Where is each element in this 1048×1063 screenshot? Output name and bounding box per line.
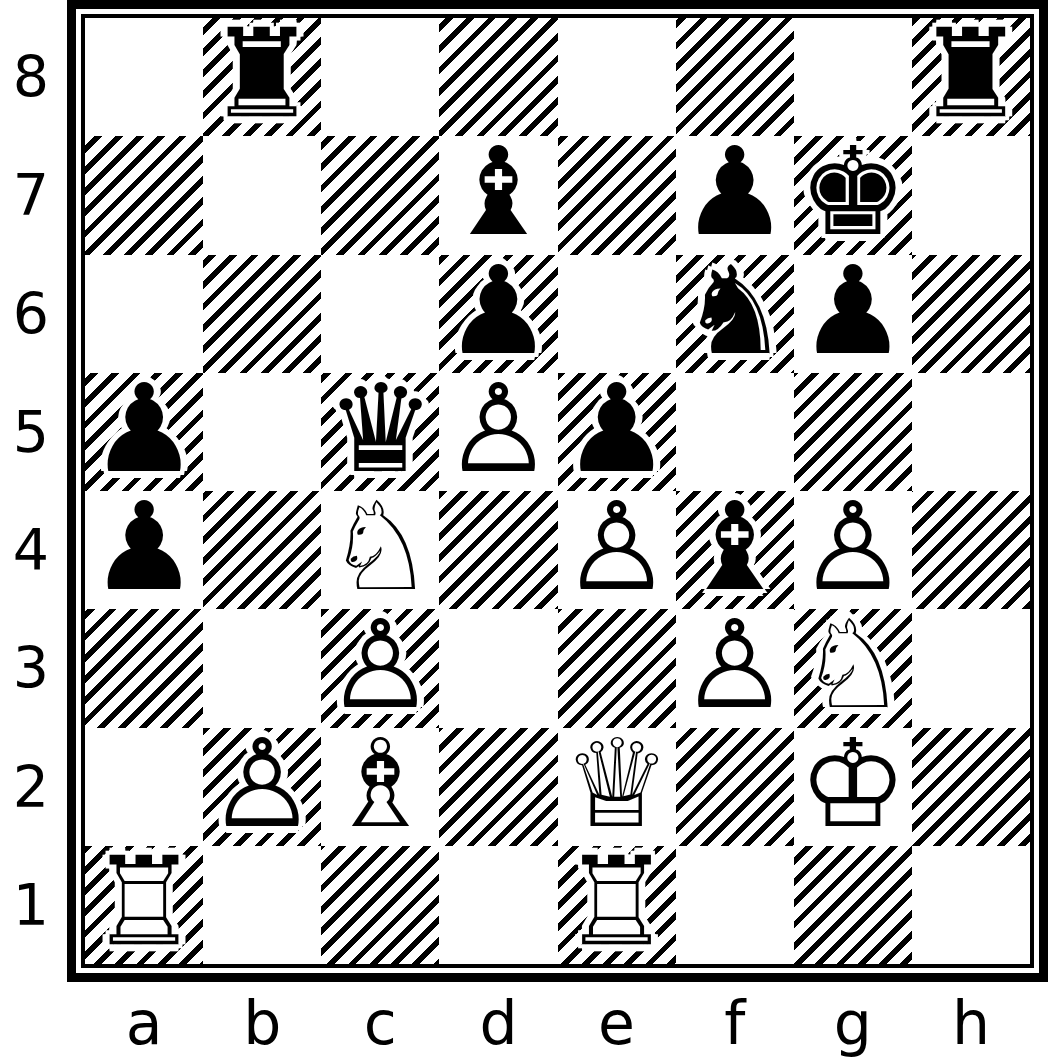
square-c7[interactable]	[321, 136, 439, 254]
square-g8[interactable]	[794, 18, 912, 136]
white-knight-icon: ♘	[321, 488, 439, 606]
square-f3[interactable]: ♟♙	[676, 609, 794, 727]
rank-label-2: 2	[0, 728, 62, 846]
square-a8[interactable]	[85, 18, 203, 136]
white-queen-icon: ♕	[558, 725, 676, 843]
piece-white-rook[interactable]: ♜♖	[85, 846, 203, 964]
black-pawn-icon: ♟	[439, 252, 557, 370]
square-a5[interactable]: ♟♟	[85, 373, 203, 491]
square-e6[interactable]	[558, 255, 676, 373]
square-h4[interactable]	[912, 491, 1030, 609]
file-label-f: f	[676, 986, 794, 1060]
black-pawn-icon: ♟	[676, 133, 794, 251]
white-king-icon: ♔	[794, 725, 912, 843]
black-knight-icon: ♞	[676, 252, 794, 370]
square-d7[interactable]: ♝♝	[439, 136, 557, 254]
square-g3[interactable]: ♞♘	[794, 609, 912, 727]
square-b7[interactable]	[203, 136, 321, 254]
square-e2[interactable]: ♛♕	[558, 728, 676, 846]
square-b2[interactable]: ♟♙	[203, 728, 321, 846]
square-b6[interactable]	[203, 255, 321, 373]
square-g1[interactable]	[794, 846, 912, 964]
square-f2[interactable]	[676, 728, 794, 846]
piece-white-pawn[interactable]: ♟♙	[439, 373, 557, 491]
square-g7[interactable]: ♚♚	[794, 136, 912, 254]
black-rook-icon: ♜	[912, 15, 1030, 133]
square-e7[interactable]	[558, 136, 676, 254]
piece-white-king[interactable]: ♚♔	[794, 728, 912, 846]
white-pawn-icon: ♙	[439, 370, 557, 488]
file-label-c: c	[321, 986, 439, 1060]
square-a6[interactable]	[85, 255, 203, 373]
piece-black-pawn[interactable]: ♟♟	[85, 491, 203, 609]
rank-label-6: 6	[0, 255, 62, 373]
piece-black-bishop[interactable]: ♝♝	[439, 136, 557, 254]
square-b4[interactable]	[203, 491, 321, 609]
square-f1[interactable]	[676, 846, 794, 964]
file-label-g: g	[794, 986, 912, 1060]
chess-diagram-page: 87654321 ♜♜♜♜♝♝♟♟♚♚♟♟♞♞♟♟♟♟♛♛♟♙♟♟♟♟♞♘♟♙♝…	[0, 0, 1048, 1063]
square-b5[interactable]	[203, 373, 321, 491]
board-grid: ♜♜♜♜♝♝♟♟♚♚♟♟♞♞♟♟♟♟♛♛♟♙♟♟♟♟♞♘♟♙♝♝♟♙♟♙♟♙♞♘…	[85, 18, 1030, 964]
piece-black-pawn[interactable]: ♟♟	[439, 255, 557, 373]
square-d1[interactable]	[439, 846, 557, 964]
white-rook-icon: ♖	[558, 843, 676, 961]
square-a3[interactable]	[85, 609, 203, 727]
black-queen-icon: ♛	[321, 370, 439, 488]
square-g5[interactable]	[794, 373, 912, 491]
piece-black-rook[interactable]: ♜♜	[203, 18, 321, 136]
square-h3[interactable]	[912, 609, 1030, 727]
square-e8[interactable]	[558, 18, 676, 136]
black-rook-icon: ♜	[203, 15, 321, 133]
square-c2[interactable]: ♝♗	[321, 728, 439, 846]
square-f4[interactable]: ♝♝	[676, 491, 794, 609]
square-c8[interactable]	[321, 18, 439, 136]
file-label-a: a	[85, 986, 203, 1060]
piece-white-pawn[interactable]: ♟♙	[794, 491, 912, 609]
square-c1[interactable]	[321, 846, 439, 964]
square-e4[interactable]: ♟♙	[558, 491, 676, 609]
square-g2[interactable]: ♚♔	[794, 728, 912, 846]
square-d5[interactable]: ♟♙	[439, 373, 557, 491]
white-pawn-icon: ♙	[321, 606, 439, 724]
square-a4[interactable]: ♟♟	[85, 491, 203, 609]
chess-board: ♜♜♜♜♝♝♟♟♚♚♟♟♞♞♟♟♟♟♛♛♟♙♟♟♟♟♞♘♟♙♝♝♟♙♟♙♟♙♞♘…	[67, 0, 1048, 982]
black-king-icon: ♚	[794, 133, 912, 251]
square-f5[interactable]	[676, 373, 794, 491]
piece-white-pawn[interactable]: ♟♙	[676, 609, 794, 727]
file-label-h: h	[912, 986, 1030, 1060]
piece-white-knight[interactable]: ♞♘	[321, 491, 439, 609]
piece-white-pawn[interactable]: ♟♙	[558, 491, 676, 609]
piece-white-pawn[interactable]: ♟♙	[321, 609, 439, 727]
rank-label-5: 5	[0, 373, 62, 491]
square-h8[interactable]: ♜♜	[912, 18, 1030, 136]
white-rook-icon: ♖	[85, 843, 203, 961]
black-bishop-icon: ♝	[676, 488, 794, 606]
piece-black-pawn[interactable]: ♟♟	[676, 136, 794, 254]
black-pawn-icon: ♟	[85, 488, 203, 606]
white-pawn-icon: ♙	[794, 488, 912, 606]
board-inner-frame: ♜♜♜♜♝♝♟♟♚♚♟♟♞♞♟♟♟♟♛♛♟♙♟♟♟♟♞♘♟♙♝♝♟♙♟♙♟♙♞♘…	[81, 14, 1034, 968]
file-label-b: b	[203, 986, 321, 1060]
black-pawn-icon: ♟	[794, 252, 912, 370]
rank-label-8: 8	[0, 18, 62, 136]
square-e5[interactable]: ♟♟	[558, 373, 676, 491]
square-d2[interactable]	[439, 728, 557, 846]
piece-white-rook[interactable]: ♜♖	[558, 846, 676, 964]
rank-label-7: 7	[0, 136, 62, 254]
file-label-e: e	[558, 986, 676, 1060]
square-c5[interactable]: ♛♛	[321, 373, 439, 491]
white-knight-icon: ♘	[794, 606, 912, 724]
square-h7[interactable]	[912, 136, 1030, 254]
square-f6[interactable]: ♞♞	[676, 255, 794, 373]
square-a2[interactable]	[85, 728, 203, 846]
square-d8[interactable]	[439, 18, 557, 136]
black-pawn-icon: ♟	[558, 370, 676, 488]
white-pawn-icon: ♙	[676, 606, 794, 724]
square-d4[interactable]	[439, 491, 557, 609]
piece-black-pawn[interactable]: ♟♟	[558, 373, 676, 491]
square-b8[interactable]: ♜♜	[203, 18, 321, 136]
rank-label-4: 4	[0, 491, 62, 609]
piece-black-pawn[interactable]: ♟♟	[85, 373, 203, 491]
piece-white-pawn[interactable]: ♟♙	[203, 728, 321, 846]
square-d3[interactable]	[439, 609, 557, 727]
piece-black-rook[interactable]: ♜♜	[912, 18, 1030, 136]
square-h2[interactable]	[912, 728, 1030, 846]
piece-black-knight[interactable]: ♞♞	[676, 255, 794, 373]
square-h5[interactable]	[912, 373, 1030, 491]
square-e1[interactable]: ♜♖	[558, 846, 676, 964]
rank-labels: 87654321	[0, 18, 62, 964]
square-a7[interactable]	[85, 136, 203, 254]
square-d6[interactable]: ♟♟	[439, 255, 557, 373]
square-f8[interactable]	[676, 18, 794, 136]
black-pawn-icon: ♟	[85, 370, 203, 488]
square-g4[interactable]: ♟♙	[794, 491, 912, 609]
square-b1[interactable]	[203, 846, 321, 964]
square-g6[interactable]: ♟♟	[794, 255, 912, 373]
piece-black-pawn[interactable]: ♟♟	[794, 255, 912, 373]
square-f7[interactable]: ♟♟	[676, 136, 794, 254]
piece-black-bishop[interactable]: ♝♝	[676, 491, 794, 609]
file-labels: abcdefgh	[85, 986, 1030, 1060]
square-e3[interactable]	[558, 609, 676, 727]
square-h6[interactable]	[912, 255, 1030, 373]
piece-black-queen[interactable]: ♛♛	[321, 373, 439, 491]
piece-white-knight[interactable]: ♞♘	[794, 609, 912, 727]
file-label-d: d	[439, 986, 557, 1060]
piece-white-bishop[interactable]: ♝♗	[321, 728, 439, 846]
piece-black-king[interactable]: ♚♚	[794, 136, 912, 254]
square-a1[interactable]: ♜♖	[85, 846, 203, 964]
square-c4[interactable]: ♞♘	[321, 491, 439, 609]
square-c3[interactable]: ♟♙	[321, 609, 439, 727]
square-c6[interactable]	[321, 255, 439, 373]
square-h1[interactable]	[912, 846, 1030, 964]
rank-label-1: 1	[0, 846, 62, 964]
rank-label-3: 3	[0, 609, 62, 727]
white-bishop-icon: ♗	[321, 725, 439, 843]
piece-white-queen[interactable]: ♛♕	[558, 728, 676, 846]
white-pawn-icon: ♙	[203, 725, 321, 843]
white-pawn-icon: ♙	[558, 488, 676, 606]
black-bishop-icon: ♝	[439, 133, 557, 251]
square-b3[interactable]	[203, 609, 321, 727]
